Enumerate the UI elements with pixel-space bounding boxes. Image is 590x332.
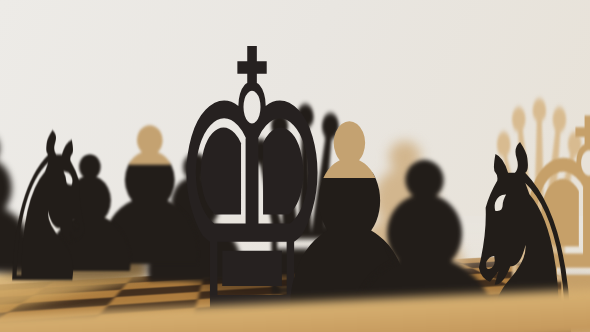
chess-photo-scene: ♛ ♚ ♟ ♟ ♛ ♟ ♟ ♟ ♚ ♟ ♟ ♟ ♟ ♞ ♞	[0, 0, 590, 332]
black-knight-left-foreground: ♞	[0, 107, 112, 312]
